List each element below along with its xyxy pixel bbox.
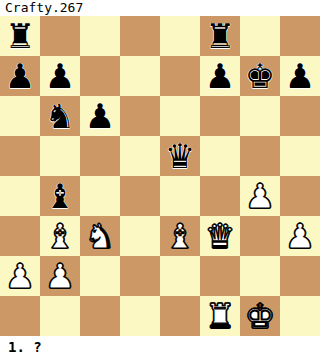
piece-white-king: ♚ [245, 296, 275, 336]
piece-black-rook: ♜ [5, 16, 35, 56]
square-c2[interactable] [80, 256, 120, 296]
piece-white-queen: ♛ [205, 216, 235, 256]
square-d4[interactable] [120, 176, 160, 216]
square-c3[interactable]: ♞ [80, 216, 120, 256]
square-a4[interactable] [0, 176, 40, 216]
square-h3[interactable]: ♟ [280, 216, 320, 256]
square-b5[interactable] [40, 136, 80, 176]
square-e3[interactable]: ♝ [160, 216, 200, 256]
square-f7[interactable]: ♟ [200, 56, 240, 96]
square-d7[interactable] [120, 56, 160, 96]
square-a7[interactable]: ♟ [0, 56, 40, 96]
square-c8[interactable] [80, 16, 120, 56]
square-d8[interactable] [120, 16, 160, 56]
piece-white-pawn: ♟ [45, 256, 75, 296]
square-f6[interactable] [200, 96, 240, 136]
square-g2[interactable] [240, 256, 280, 296]
square-a6[interactable] [0, 96, 40, 136]
square-f3[interactable]: ♛ [200, 216, 240, 256]
piece-black-pawn: ♟ [205, 56, 235, 96]
square-e2[interactable] [160, 256, 200, 296]
square-a3[interactable] [0, 216, 40, 256]
square-g7[interactable]: ♚ [240, 56, 280, 96]
square-a2[interactable]: ♟ [0, 256, 40, 296]
square-f5[interactable] [200, 136, 240, 176]
square-f1[interactable]: ♜ [200, 296, 240, 336]
piece-black-pawn: ♟ [5, 56, 35, 96]
piece-black-pawn: ♟ [85, 96, 115, 136]
square-g6[interactable] [240, 96, 280, 136]
piece-white-pawn: ♟ [245, 176, 275, 216]
piece-white-bishop: ♝ [45, 216, 75, 256]
square-b2[interactable]: ♟ [40, 256, 80, 296]
square-d5[interactable] [120, 136, 160, 176]
square-e1[interactable] [160, 296, 200, 336]
piece-black-king: ♚ [245, 56, 275, 96]
square-h2[interactable] [280, 256, 320, 296]
square-b8[interactable] [40, 16, 80, 56]
square-h7[interactable]: ♟ [280, 56, 320, 96]
piece-white-pawn: ♟ [285, 216, 315, 256]
square-b7[interactable]: ♟ [40, 56, 80, 96]
square-g4[interactable]: ♟ [240, 176, 280, 216]
square-h5[interactable] [280, 136, 320, 176]
square-h4[interactable] [280, 176, 320, 216]
square-h1[interactable] [280, 296, 320, 336]
square-h8[interactable] [280, 16, 320, 56]
square-g1[interactable]: ♚ [240, 296, 280, 336]
piece-black-pawn: ♟ [285, 56, 315, 96]
piece-white-pawn: ♟ [5, 256, 35, 296]
piece-black-queen: ♛ [165, 136, 195, 176]
piece-black-pawn: ♟ [45, 56, 75, 96]
square-c4[interactable] [80, 176, 120, 216]
square-g3[interactable] [240, 216, 280, 256]
square-h6[interactable] [280, 96, 320, 136]
square-e7[interactable] [160, 56, 200, 96]
square-a5[interactable] [0, 136, 40, 176]
piece-black-bishop: ♝ [45, 176, 75, 216]
square-e6[interactable] [160, 96, 200, 136]
chess-board: ♜♜♟♟♟♚♟♞♟♛♝♟♝♞♝♛♟♟♟♜♚ [0, 16, 320, 336]
square-c5[interactable] [80, 136, 120, 176]
square-d2[interactable] [120, 256, 160, 296]
piece-white-rook: ♜ [205, 296, 235, 336]
square-f2[interactable] [200, 256, 240, 296]
square-d3[interactable] [120, 216, 160, 256]
piece-white-bishop: ♝ [165, 216, 195, 256]
square-f4[interactable] [200, 176, 240, 216]
square-e8[interactable] [160, 16, 200, 56]
square-b6[interactable]: ♞ [40, 96, 80, 136]
piece-white-knight: ♞ [85, 216, 115, 256]
square-b1[interactable] [40, 296, 80, 336]
move-prompt: 1. ? [8, 338, 42, 356]
square-a8[interactable]: ♜ [0, 16, 40, 56]
window-title: Crafty.267 [5, 0, 83, 16]
piece-black-rook: ♜ [205, 16, 235, 56]
square-c7[interactable] [80, 56, 120, 96]
square-d6[interactable] [120, 96, 160, 136]
piece-black-knight: ♞ [45, 96, 75, 136]
square-b4[interactable]: ♝ [40, 176, 80, 216]
square-a1[interactable] [0, 296, 40, 336]
square-g5[interactable] [240, 136, 280, 176]
square-e5[interactable]: ♛ [160, 136, 200, 176]
square-b3[interactable]: ♝ [40, 216, 80, 256]
square-g8[interactable] [240, 16, 280, 56]
square-d1[interactable] [120, 296, 160, 336]
square-e4[interactable] [160, 176, 200, 216]
square-f8[interactable]: ♜ [200, 16, 240, 56]
square-c1[interactable] [80, 296, 120, 336]
square-c6[interactable]: ♟ [80, 96, 120, 136]
